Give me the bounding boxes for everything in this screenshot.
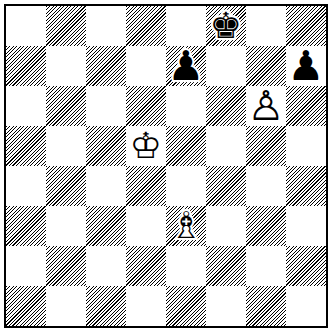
square-c8[interactable] — [86, 6, 126, 46]
square-g8[interactable] — [246, 6, 286, 46]
square-h3[interactable] — [286, 206, 326, 246]
square-e2[interactable] — [166, 246, 206, 286]
square-a1[interactable] — [6, 286, 46, 326]
square-a6[interactable] — [6, 86, 46, 126]
square-g5[interactable] — [246, 126, 286, 166]
square-a5[interactable] — [6, 126, 46, 166]
square-g3[interactable] — [246, 206, 286, 246]
square-h7[interactable]: ♟♟ — [286, 46, 326, 86]
square-d6[interactable] — [126, 86, 166, 126]
square-f7[interactable] — [206, 46, 246, 86]
square-h8[interactable] — [286, 6, 326, 46]
square-e4[interactable] — [166, 166, 206, 206]
square-b8[interactable] — [46, 6, 86, 46]
chess-diagram: ♚♚♟♟♟♟♟♙♚♔♝♗ — [4, 4, 328, 328]
square-e6[interactable] — [166, 86, 206, 126]
square-f3[interactable] — [206, 206, 246, 246]
square-c2[interactable] — [86, 246, 126, 286]
square-b7[interactable] — [46, 46, 86, 86]
square-e1[interactable] — [166, 286, 206, 326]
square-d3[interactable] — [126, 206, 166, 246]
black-king-f8[interactable]: ♚♚ — [206, 6, 246, 46]
square-g1[interactable] — [246, 286, 286, 326]
piece-glyph: ♙ — [246, 86, 286, 126]
square-d8[interactable] — [126, 6, 166, 46]
square-c4[interactable] — [86, 166, 126, 206]
square-c6[interactable] — [86, 86, 126, 126]
square-c5[interactable] — [86, 126, 126, 166]
page: ♚♚♟♟♟♟♟♙♚♔♝♗ — [0, 0, 332, 332]
square-d7[interactable] — [126, 46, 166, 86]
chess-board: ♚♚♟♟♟♟♟♙♚♔♝♗ — [6, 6, 326, 326]
square-f8[interactable]: ♚♚ — [206, 6, 246, 46]
white-king-d5[interactable]: ♚♔ — [126, 126, 166, 166]
white-bishop-e3[interactable]: ♝♗ — [166, 206, 206, 246]
square-c7[interactable] — [86, 46, 126, 86]
square-e7[interactable]: ♟♟ — [166, 46, 206, 86]
square-f6[interactable] — [206, 86, 246, 126]
square-b6[interactable] — [46, 86, 86, 126]
piece-glyph: ♔ — [126, 126, 166, 166]
square-h6[interactable] — [286, 86, 326, 126]
square-a4[interactable] — [6, 166, 46, 206]
square-g4[interactable] — [246, 166, 286, 206]
square-e5[interactable] — [166, 126, 206, 166]
square-d5[interactable]: ♚♔ — [126, 126, 166, 166]
square-f4[interactable] — [206, 166, 246, 206]
black-pawn-e7[interactable]: ♟♟ — [166, 46, 206, 86]
square-a3[interactable] — [6, 206, 46, 246]
piece-glyph: ♟ — [166, 46, 206, 86]
square-d2[interactable] — [126, 246, 166, 286]
square-b4[interactable] — [46, 166, 86, 206]
piece-glyph: ♗ — [166, 206, 206, 246]
square-a7[interactable] — [6, 46, 46, 86]
square-b5[interactable] — [46, 126, 86, 166]
square-h5[interactable] — [286, 126, 326, 166]
piece-glyph: ♚ — [206, 6, 246, 46]
square-b1[interactable] — [46, 286, 86, 326]
square-e8[interactable] — [166, 6, 206, 46]
square-a2[interactable] — [6, 246, 46, 286]
square-a8[interactable] — [6, 6, 46, 46]
square-e3[interactable]: ♝♗ — [166, 206, 206, 246]
square-h4[interactable] — [286, 166, 326, 206]
square-f5[interactable] — [206, 126, 246, 166]
piece-glyph: ♟ — [286, 46, 326, 86]
square-c3[interactable] — [86, 206, 126, 246]
square-f1[interactable] — [206, 286, 246, 326]
square-g2[interactable] — [246, 246, 286, 286]
square-g6[interactable]: ♟♙ — [246, 86, 286, 126]
square-b3[interactable] — [46, 206, 86, 246]
square-c1[interactable] — [86, 286, 126, 326]
square-d1[interactable] — [126, 286, 166, 326]
square-f2[interactable] — [206, 246, 246, 286]
square-d4[interactable] — [126, 166, 166, 206]
square-h1[interactable] — [286, 286, 326, 326]
square-g7[interactable] — [246, 46, 286, 86]
square-h2[interactable] — [286, 246, 326, 286]
black-pawn-h7[interactable]: ♟♟ — [286, 46, 326, 86]
square-b2[interactable] — [46, 246, 86, 286]
white-pawn-g6[interactable]: ♟♙ — [246, 86, 286, 126]
